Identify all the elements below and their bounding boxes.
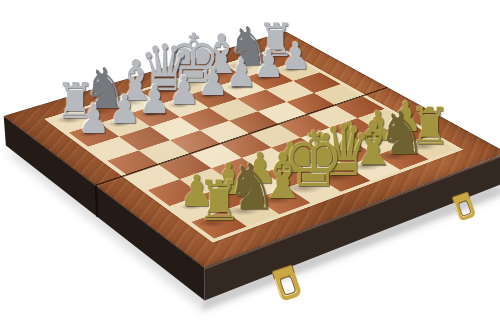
- product-photo-stage: ♜♞♝♛♚♝♞♜♟♟♟♟♟♟♟♟♟♟♟♟♟♟♟♟♜♞♝♚♛♝♞♜: [0, 0, 500, 321]
- fold-seam-side: [96, 186, 97, 217]
